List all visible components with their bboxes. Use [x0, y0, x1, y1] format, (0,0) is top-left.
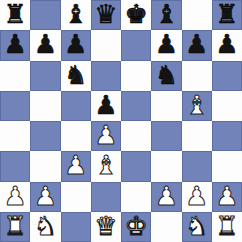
square-e7[interactable]	[121, 30, 151, 60]
square-e4[interactable]	[121, 121, 151, 151]
white-queen[interactable]: ♛	[94, 213, 117, 239]
square-b2[interactable]: ♟	[30, 182, 60, 212]
square-c6[interactable]: ♞	[61, 61, 91, 91]
square-g4[interactable]	[182, 121, 212, 151]
white-pawn[interactable]: ♟	[215, 183, 238, 209]
black-rook[interactable]: ♜	[215, 1, 238, 27]
square-c2[interactable]	[61, 182, 91, 212]
white-pawn[interactable]: ♟	[34, 183, 57, 209]
square-b3[interactable]	[30, 151, 60, 181]
square-e2[interactable]	[121, 182, 151, 212]
chess-board: ♜♝♛♚♝♜♟♟♟♟♟♟♞♞♟♝♟♟♝♟♟♟♟♟♜♞♛♚♞♜	[0, 0, 242, 242]
square-e8[interactable]: ♚	[121, 0, 151, 30]
square-d1[interactable]: ♛	[91, 212, 121, 242]
black-pawn[interactable]: ♟	[94, 92, 117, 118]
white-pawn[interactable]: ♟	[94, 122, 117, 148]
square-a3[interactable]	[0, 151, 30, 181]
square-g5[interactable]: ♝	[182, 91, 212, 121]
black-pawn[interactable]: ♟	[64, 31, 87, 57]
black-pawn[interactable]: ♟	[3, 31, 26, 57]
white-knight[interactable]: ♞	[185, 213, 208, 239]
white-pawn[interactable]: ♟	[155, 183, 178, 209]
square-a8[interactable]: ♜	[0, 0, 30, 30]
square-c5[interactable]	[61, 91, 91, 121]
square-b7[interactable]: ♟	[30, 30, 60, 60]
square-d6[interactable]	[91, 61, 121, 91]
square-f3[interactable]	[151, 151, 181, 181]
square-e6[interactable]	[121, 61, 151, 91]
square-h8[interactable]: ♜	[212, 0, 242, 30]
white-rook[interactable]: ♜	[3, 213, 26, 239]
white-bishop[interactable]: ♝	[94, 152, 117, 178]
square-f2[interactable]: ♟	[151, 182, 181, 212]
square-b6[interactable]	[30, 61, 60, 91]
square-d4[interactable]: ♟	[91, 121, 121, 151]
white-pawn[interactable]: ♟	[64, 152, 87, 178]
white-bishop[interactable]: ♝	[185, 92, 208, 118]
square-d8[interactable]: ♛	[91, 0, 121, 30]
square-d5[interactable]: ♟	[91, 91, 121, 121]
black-knight[interactable]: ♞	[64, 62, 87, 88]
square-d3[interactable]: ♝	[91, 151, 121, 181]
black-pawn[interactable]: ♟	[155, 31, 178, 57]
square-d2[interactable]	[91, 182, 121, 212]
black-knight[interactable]: ♞	[155, 62, 178, 88]
square-c4[interactable]	[61, 121, 91, 151]
square-h3[interactable]	[212, 151, 242, 181]
white-pawn[interactable]: ♟	[3, 183, 26, 209]
square-g2[interactable]: ♟	[182, 182, 212, 212]
square-c3[interactable]: ♟	[61, 151, 91, 181]
black-bishop[interactable]: ♝	[155, 1, 178, 27]
square-f8[interactable]: ♝	[151, 0, 181, 30]
square-b4[interactable]	[30, 121, 60, 151]
white-pawn[interactable]: ♟	[185, 183, 208, 209]
white-rook[interactable]: ♜	[215, 213, 238, 239]
square-c7[interactable]: ♟	[61, 30, 91, 60]
square-g1[interactable]: ♞	[182, 212, 212, 242]
square-f7[interactable]: ♟	[151, 30, 181, 60]
black-bishop[interactable]: ♝	[64, 1, 87, 27]
white-knight[interactable]: ♞	[34, 213, 57, 239]
square-e1[interactable]: ♚	[121, 212, 151, 242]
square-a1[interactable]: ♜	[0, 212, 30, 242]
square-b8[interactable]	[30, 0, 60, 30]
square-d7[interactable]	[91, 30, 121, 60]
square-h4[interactable]	[212, 121, 242, 151]
square-g8[interactable]	[182, 0, 212, 30]
square-h6[interactable]	[212, 61, 242, 91]
square-f1[interactable]	[151, 212, 181, 242]
square-h7[interactable]: ♟	[212, 30, 242, 60]
square-c1[interactable]	[61, 212, 91, 242]
black-rook[interactable]: ♜	[3, 1, 26, 27]
white-king[interactable]: ♚	[124, 213, 147, 239]
square-b1[interactable]: ♞	[30, 212, 60, 242]
black-pawn[interactable]: ♟	[215, 31, 238, 57]
square-g6[interactable]	[182, 61, 212, 91]
square-f6[interactable]: ♞	[151, 61, 181, 91]
square-h2[interactable]: ♟	[212, 182, 242, 212]
square-a6[interactable]	[0, 61, 30, 91]
square-c8[interactable]: ♝	[61, 0, 91, 30]
square-a4[interactable]	[0, 121, 30, 151]
black-king[interactable]: ♚	[124, 1, 147, 27]
square-h5[interactable]	[212, 91, 242, 121]
square-f4[interactable]	[151, 121, 181, 151]
square-b5[interactable]	[30, 91, 60, 121]
black-pawn[interactable]: ♟	[34, 31, 57, 57]
square-f5[interactable]	[151, 91, 181, 121]
square-a7[interactable]: ♟	[0, 30, 30, 60]
black-pawn[interactable]: ♟	[185, 31, 208, 57]
square-g7[interactable]: ♟	[182, 30, 212, 60]
black-queen[interactable]: ♛	[94, 1, 117, 27]
square-e3[interactable]	[121, 151, 151, 181]
square-g3[interactable]	[182, 151, 212, 181]
square-a2[interactable]: ♟	[0, 182, 30, 212]
square-e5[interactable]	[121, 91, 151, 121]
square-a5[interactable]	[0, 91, 30, 121]
square-h1[interactable]: ♜	[212, 212, 242, 242]
